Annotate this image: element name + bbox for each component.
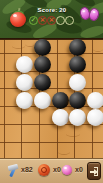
round-result-pending-icon [56,16,65,25]
round-results: ✓×× [29,16,74,25]
bomb-count: x0 [53,166,61,173]
round-result-pending-icon [65,16,74,25]
hammer-count: x82 [21,166,33,173]
powerup-toolbar: x82 x0 x0 [0,158,103,183]
score-panel: Score: 20 ✓×× [0,0,103,38]
game-screen: Score: 20 ✓×× x82 x0 x0 [0,0,103,183]
round-result-fail-icon: × [47,16,56,25]
candy-powerup-icon[interactable] [62,165,72,175]
tomato-shine [13,14,17,17]
exit-door-icon [94,167,98,176]
hammer-powerup-icon[interactable] [6,163,20,178]
score-label: Score: 20 [20,7,84,13]
balloon-icon [88,7,100,22]
bomb-powerup-icon[interactable] [38,164,50,176]
round-result-pass-icon: ✓ [29,16,38,25]
candy-count: x0 [75,166,83,173]
balloons-icon [79,6,103,26]
round-result-fail-icon: × [38,16,47,25]
go-board-wood[interactable] [0,40,103,158]
exit-button[interactable] [87,162,101,180]
